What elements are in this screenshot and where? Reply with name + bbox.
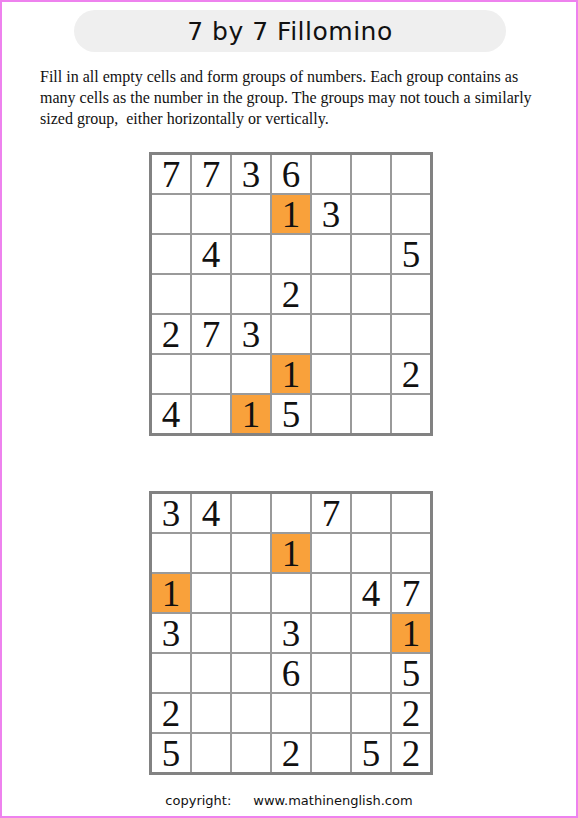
p1-cell-r5c1[interactable]: 2 bbox=[152, 315, 190, 353]
p2-cell-r2c6[interactable] bbox=[352, 534, 390, 572]
p1-cell-r4c3[interactable] bbox=[232, 275, 270, 313]
p1-cell-r5c6[interactable] bbox=[352, 315, 390, 353]
p1-cell-r7c6[interactable] bbox=[352, 395, 390, 433]
p2-cell-r1c3[interactable] bbox=[232, 494, 270, 532]
p1-cell-r3c1[interactable] bbox=[152, 235, 190, 273]
p2-cell-r4c1[interactable]: 3 bbox=[152, 614, 190, 652]
p2-cell-r3c1[interactable]: 1 bbox=[152, 574, 190, 612]
p2-cell-r6c4[interactable] bbox=[272, 694, 310, 732]
p1-cell-r2c6[interactable] bbox=[352, 195, 390, 233]
p2-cell-r2c4[interactable]: 1 bbox=[272, 534, 310, 572]
p2-cell-r6c6[interactable] bbox=[352, 694, 390, 732]
p2-cell-r3c2[interactable] bbox=[192, 574, 230, 612]
title-banner: 7 by 7 Fillomino bbox=[74, 10, 506, 52]
p1-cell-r7c7[interactable] bbox=[392, 395, 430, 433]
p1-cell-r7c3[interactable]: 1 bbox=[232, 395, 270, 433]
p1-cell-r7c1[interactable]: 4 bbox=[152, 395, 190, 433]
p2-cell-r1c2[interactable]: 4 bbox=[192, 494, 230, 532]
p1-cell-r6c5[interactable] bbox=[312, 355, 350, 393]
p1-cell-r3c4[interactable] bbox=[272, 235, 310, 273]
p2-cell-r4c4[interactable]: 3 bbox=[272, 614, 310, 652]
p1-cell-r2c7[interactable] bbox=[392, 195, 430, 233]
p2-cell-r5c4[interactable]: 6 bbox=[272, 654, 310, 692]
p1-cell-r4c5[interactable] bbox=[312, 275, 350, 313]
p2-cell-r7c6[interactable]: 5 bbox=[352, 734, 390, 772]
p1-cell-r4c6[interactable] bbox=[352, 275, 390, 313]
copyright-line: copyright: www.mathinenglish.com bbox=[2, 793, 576, 808]
p1-cell-r1c2[interactable]: 7 bbox=[192, 155, 230, 193]
p2-cell-r7c3[interactable] bbox=[232, 734, 270, 772]
p2-cell-r2c3[interactable] bbox=[232, 534, 270, 572]
p2-cell-r5c6[interactable] bbox=[352, 654, 390, 692]
p2-cell-r5c2[interactable] bbox=[192, 654, 230, 692]
p1-cell-r5c5[interactable] bbox=[312, 315, 350, 353]
p1-cell-r5c4[interactable] bbox=[272, 315, 310, 353]
p1-cell-r2c5[interactable]: 3 bbox=[312, 195, 350, 233]
puzzle-grid-2: 347114733165225252 bbox=[149, 491, 433, 775]
p1-cell-r1c5[interactable] bbox=[312, 155, 350, 193]
p2-cell-r5c1[interactable] bbox=[152, 654, 190, 692]
p1-cell-r6c7[interactable]: 2 bbox=[392, 355, 430, 393]
p2-cell-r3c5[interactable] bbox=[312, 574, 350, 612]
p1-cell-r5c3[interactable]: 3 bbox=[232, 315, 270, 353]
p2-cell-r3c7[interactable]: 7 bbox=[392, 574, 430, 612]
p2-cell-r6c5[interactable] bbox=[312, 694, 350, 732]
p2-cell-r6c2[interactable] bbox=[192, 694, 230, 732]
p1-cell-r4c1[interactable] bbox=[152, 275, 190, 313]
p2-cell-r1c4[interactable] bbox=[272, 494, 310, 532]
p2-cell-r2c2[interactable] bbox=[192, 534, 230, 572]
p2-cell-r1c6[interactable] bbox=[352, 494, 390, 532]
p1-cell-r1c3[interactable]: 3 bbox=[232, 155, 270, 193]
p2-cell-r7c4[interactable]: 2 bbox=[272, 734, 310, 772]
p2-cell-r7c5[interactable] bbox=[312, 734, 350, 772]
instructions-text: Fill in all empty cells and form groups … bbox=[40, 66, 548, 129]
p1-cell-r2c4[interactable]: 1 bbox=[272, 195, 310, 233]
p1-cell-r7c5[interactable] bbox=[312, 395, 350, 433]
p2-cell-r4c3[interactable] bbox=[232, 614, 270, 652]
p2-cell-r2c5[interactable] bbox=[312, 534, 350, 572]
p1-cell-r5c2[interactable]: 7 bbox=[192, 315, 230, 353]
p1-cell-r3c2[interactable]: 4 bbox=[192, 235, 230, 273]
p2-cell-r7c2[interactable] bbox=[192, 734, 230, 772]
p1-cell-r5c7[interactable] bbox=[392, 315, 430, 353]
p2-cell-r4c5[interactable] bbox=[312, 614, 350, 652]
p2-cell-r4c2[interactable] bbox=[192, 614, 230, 652]
p2-cell-r6c3[interactable] bbox=[232, 694, 270, 732]
p1-cell-r4c7[interactable] bbox=[392, 275, 430, 313]
p1-cell-r3c3[interactable] bbox=[232, 235, 270, 273]
p1-cell-r7c4[interactable]: 5 bbox=[272, 395, 310, 433]
p1-cell-r4c2[interactable] bbox=[192, 275, 230, 313]
p1-cell-r3c5[interactable] bbox=[312, 235, 350, 273]
copyright-url: www.mathinenglish.com bbox=[253, 793, 412, 808]
p2-cell-r1c5[interactable]: 7 bbox=[312, 494, 350, 532]
p1-cell-r3c6[interactable] bbox=[352, 235, 390, 273]
p2-cell-r4c7[interactable]: 1 bbox=[392, 614, 430, 652]
p1-cell-r2c2[interactable] bbox=[192, 195, 230, 233]
p1-cell-r2c3[interactable] bbox=[232, 195, 270, 233]
p2-cell-r1c7[interactable] bbox=[392, 494, 430, 532]
p2-cell-r2c1[interactable] bbox=[152, 534, 190, 572]
p1-cell-r6c4[interactable]: 1 bbox=[272, 355, 310, 393]
copyright-label: copyright: bbox=[165, 793, 231, 808]
page-title: 7 by 7 Fillomino bbox=[187, 17, 392, 46]
p1-cell-r1c6[interactable] bbox=[352, 155, 390, 193]
p1-cell-r6c3[interactable] bbox=[232, 355, 270, 393]
p2-cell-r3c3[interactable] bbox=[232, 574, 270, 612]
p1-cell-r1c7[interactable] bbox=[392, 155, 430, 193]
p2-cell-r3c4[interactable] bbox=[272, 574, 310, 612]
p1-cell-r1c1[interactable]: 7 bbox=[152, 155, 190, 193]
p2-cell-r3c6[interactable]: 4 bbox=[352, 574, 390, 612]
p1-cell-r2c1[interactable] bbox=[152, 195, 190, 233]
p2-cell-r7c7[interactable]: 2 bbox=[392, 734, 430, 772]
p1-cell-r4c4[interactable]: 2 bbox=[272, 275, 310, 313]
p2-cell-r7c1[interactable]: 5 bbox=[152, 734, 190, 772]
p2-cell-r5c3[interactable] bbox=[232, 654, 270, 692]
p2-cell-r2c7[interactable] bbox=[392, 534, 430, 572]
p2-cell-r1c1[interactable]: 3 bbox=[152, 494, 190, 532]
p2-cell-r6c1[interactable]: 2 bbox=[152, 694, 190, 732]
p1-cell-r6c6[interactable] bbox=[352, 355, 390, 393]
p1-cell-r6c1[interactable] bbox=[152, 355, 190, 393]
worksheet-page: 7 by 7 Fillomino Fill in all empty cells… bbox=[0, 0, 578, 818]
p1-cell-r3c7[interactable]: 5 bbox=[392, 235, 430, 273]
p1-cell-r6c2[interactable] bbox=[192, 355, 230, 393]
p2-cell-r5c5[interactable] bbox=[312, 654, 350, 692]
p2-cell-r4c6[interactable] bbox=[352, 614, 390, 652]
p1-cell-r1c4[interactable]: 6 bbox=[272, 155, 310, 193]
p1-cell-r7c2[interactable] bbox=[192, 395, 230, 433]
puzzle-grid-1: 77361345227312415 bbox=[149, 152, 433, 436]
p2-cell-r6c7[interactable]: 2 bbox=[392, 694, 430, 732]
p2-cell-r5c7[interactable]: 5 bbox=[392, 654, 430, 692]
